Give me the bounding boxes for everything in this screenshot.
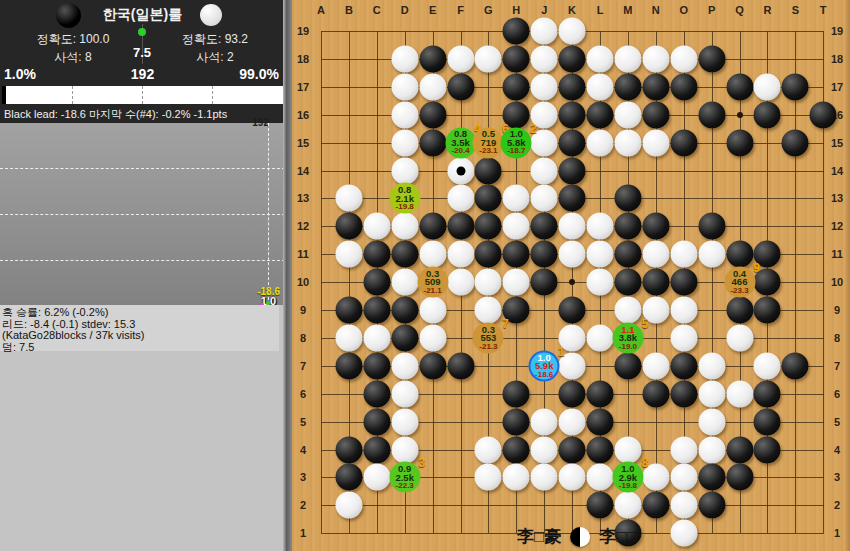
white-stone bbox=[363, 213, 390, 240]
coord-number-right: 3 bbox=[834, 471, 840, 483]
winrate-bar-tick-25 bbox=[72, 86, 73, 104]
white-stone bbox=[447, 185, 474, 212]
black-stone bbox=[391, 297, 418, 324]
graph-move-label: 192 bbox=[252, 117, 269, 128]
black-stone bbox=[587, 380, 614, 407]
players-bar: 李□豪 李□□ bbox=[517, 525, 637, 548]
black-stone bbox=[614, 73, 641, 100]
white-stone bbox=[698, 408, 725, 435]
white-stone bbox=[670, 45, 697, 72]
panel-board-divider bbox=[283, 0, 292, 551]
white-stone bbox=[531, 73, 558, 100]
white-stone bbox=[698, 380, 725, 407]
coord-number-left: 5 bbox=[300, 416, 306, 428]
coord-number-left: 10 bbox=[297, 276, 309, 288]
engine-status-dot bbox=[138, 28, 146, 36]
white-stone bbox=[391, 352, 418, 379]
analysis-circle-text: -18.7 bbox=[507, 147, 525, 156]
white-stone bbox=[503, 185, 530, 212]
white-stone bbox=[698, 352, 725, 379]
white-stone bbox=[391, 157, 418, 184]
analysis-circle-text: -19.8 bbox=[619, 482, 637, 491]
coord-number-left: 8 bbox=[300, 332, 306, 344]
coord-number-right: 8 bbox=[834, 332, 840, 344]
coord-number-right: 2 bbox=[834, 499, 840, 511]
white-stone bbox=[670, 436, 697, 463]
coord-letter: G bbox=[484, 4, 493, 16]
black-stone bbox=[363, 352, 390, 379]
coord-number-left: 17 bbox=[297, 81, 309, 93]
winrate-bar-tick-75 bbox=[212, 86, 213, 104]
white-stone bbox=[391, 129, 418, 156]
white-stone bbox=[642, 45, 669, 72]
black-stone bbox=[670, 73, 697, 100]
black-stone bbox=[726, 129, 753, 156]
analysis-circle-text: -18.6 bbox=[535, 370, 553, 379]
engine-info: 흑 승률: 6.2% (-0.2%)리드: -8.4 (-0.1) stdev:… bbox=[0, 305, 279, 351]
white-stone bbox=[391, 436, 418, 463]
coord-letter: J bbox=[541, 4, 547, 16]
black-stone bbox=[419, 101, 446, 128]
coord-number-right: 9 bbox=[834, 304, 840, 316]
coord-number-right: 18 bbox=[831, 53, 843, 65]
black-stone bbox=[503, 408, 530, 435]
white-player-name: 李□□ bbox=[599, 525, 637, 548]
black-stone bbox=[335, 464, 362, 491]
black-stone bbox=[698, 45, 725, 72]
white-stone bbox=[419, 73, 446, 100]
black-stone bbox=[587, 492, 614, 519]
white-player-stone-icon bbox=[200, 4, 222, 26]
black-stone bbox=[559, 436, 586, 463]
black-stone bbox=[726, 464, 753, 491]
black-stone bbox=[642, 213, 669, 240]
black-stone bbox=[419, 213, 446, 240]
white-stone bbox=[503, 464, 530, 491]
white-stone bbox=[587, 324, 614, 351]
black-stone bbox=[754, 436, 781, 463]
white-stone bbox=[559, 213, 586, 240]
black-stone bbox=[670, 269, 697, 296]
coord-number-left: 13 bbox=[297, 192, 309, 204]
white-stone bbox=[363, 324, 390, 351]
black-stone bbox=[559, 73, 586, 100]
coord-letter: H bbox=[512, 4, 520, 16]
hoshi-point bbox=[569, 279, 575, 285]
white-stone bbox=[754, 352, 781, 379]
coord-letter: C bbox=[373, 4, 381, 16]
white-stone bbox=[419, 297, 446, 324]
black-stone bbox=[363, 408, 390, 435]
winrate-bar bbox=[2, 86, 283, 104]
white-stone bbox=[391, 408, 418, 435]
coord-letter: R bbox=[763, 4, 771, 16]
coord-number-left: 16 bbox=[297, 109, 309, 121]
black-stone bbox=[447, 352, 474, 379]
white-stone bbox=[642, 129, 669, 156]
coord-number-right: 13 bbox=[831, 192, 843, 204]
black-stone bbox=[391, 324, 418, 351]
coord-letter: S bbox=[792, 4, 799, 16]
white-stone bbox=[335, 324, 362, 351]
black-stone bbox=[642, 380, 669, 407]
black-stone bbox=[531, 213, 558, 240]
coord-letter: Q bbox=[735, 4, 744, 16]
coord-number-right: 14 bbox=[831, 165, 843, 177]
black-stone bbox=[503, 18, 530, 45]
black-stone bbox=[363, 436, 390, 463]
black-stone bbox=[614, 269, 641, 296]
white-stone bbox=[614, 101, 641, 128]
score-header: 한국(일본)룰 정확도: 100.0 정확도: 93.2 사석: 8 7.5 사… bbox=[0, 0, 285, 123]
white-stone bbox=[642, 241, 669, 268]
black-stone bbox=[531, 241, 558, 268]
white-stone bbox=[670, 492, 697, 519]
coord-number-left: 19 bbox=[297, 25, 309, 37]
analysis-circle-text: -23.1 bbox=[479, 147, 497, 156]
black-player-name: 李□豪 bbox=[517, 525, 561, 548]
black-stone bbox=[559, 45, 586, 72]
coord-number-right: 4 bbox=[834, 444, 840, 456]
white-stone bbox=[391, 101, 418, 128]
black-stone bbox=[559, 380, 586, 407]
black-stone bbox=[698, 492, 725, 519]
coord-number-right: 5 bbox=[834, 416, 840, 428]
black-stone bbox=[782, 73, 809, 100]
white-stone bbox=[587, 464, 614, 491]
white-stone bbox=[559, 18, 586, 45]
black-stone bbox=[475, 241, 502, 268]
coord-letter: F bbox=[457, 4, 464, 16]
black-stone bbox=[698, 464, 725, 491]
white-stone bbox=[754, 73, 781, 100]
analysis-circle-text: -21.3 bbox=[479, 342, 497, 351]
black-stone bbox=[670, 352, 697, 379]
white-stone bbox=[335, 185, 362, 212]
black-stone bbox=[391, 241, 418, 268]
graph-gridline-75 bbox=[0, 260, 285, 261]
black-stone bbox=[698, 101, 725, 128]
white-stone bbox=[391, 213, 418, 240]
coord-letter: O bbox=[679, 4, 688, 16]
analysis-circle-text: -20.4 bbox=[451, 147, 469, 156]
coord-number-right: 11 bbox=[831, 248, 843, 260]
white-stone bbox=[475, 45, 502, 72]
last-move-marker bbox=[456, 166, 465, 175]
graph-gridline-25 bbox=[0, 168, 285, 169]
white-winrate: 99.0% bbox=[239, 66, 279, 82]
white-stone bbox=[587, 73, 614, 100]
coord-number-right: 7 bbox=[834, 360, 840, 372]
white-stone bbox=[670, 324, 697, 351]
white-stone bbox=[587, 241, 614, 268]
white-stone bbox=[531, 464, 558, 491]
black-stone bbox=[587, 408, 614, 435]
analysis-move-order: 3 bbox=[418, 456, 425, 470]
black-stone bbox=[503, 45, 530, 72]
analysis-circle-text: -19.8 bbox=[396, 203, 414, 212]
analysis-move-circle[interactable]: 0.5719-23.1 bbox=[473, 127, 504, 158]
black-stone bbox=[503, 73, 530, 100]
coord-number-left: 1 bbox=[300, 527, 306, 539]
coord-number-left: 6 bbox=[300, 388, 306, 400]
black-stone bbox=[726, 241, 753, 268]
black-stone bbox=[754, 380, 781, 407]
white-stone bbox=[642, 352, 669, 379]
black-stone bbox=[559, 185, 586, 212]
coord-number-right: 1 bbox=[834, 527, 840, 539]
white-stone bbox=[335, 492, 362, 519]
analysis-circle-text: -23.3 bbox=[730, 286, 748, 295]
white-stone bbox=[531, 18, 558, 45]
analysis-move-order: 8 bbox=[642, 456, 649, 470]
white-stone bbox=[726, 324, 753, 351]
engine-info-line: (KataGo28blocks / 37k visits) bbox=[2, 330, 279, 342]
black-stone bbox=[670, 380, 697, 407]
white-stone bbox=[531, 436, 558, 463]
white-stone bbox=[587, 213, 614, 240]
black-stone bbox=[670, 129, 697, 156]
black-stone bbox=[503, 436, 530, 463]
black-stone bbox=[559, 101, 586, 128]
engine-info-line: 흑 승률: 6.2% (-0.2%) bbox=[2, 307, 279, 319]
winrate-bar-black-segment bbox=[2, 86, 6, 104]
board-vline bbox=[795, 31, 796, 533]
board-right-shading bbox=[844, 0, 850, 551]
black-stone bbox=[642, 73, 669, 100]
black-stone bbox=[810, 101, 837, 128]
analysis-move-circle[interactable]: 0.4466-23.3 bbox=[724, 267, 755, 298]
coord-letter: K bbox=[568, 4, 576, 16]
coord-letter: D bbox=[401, 4, 409, 16]
coord-letter: B bbox=[345, 4, 353, 16]
white-stone bbox=[391, 269, 418, 296]
white-stone bbox=[726, 380, 753, 407]
analysis-circle-text: -22.3 bbox=[396, 482, 414, 491]
lead-text: Black lead: -18.6 마지막 수(#4): -0.2% -1.1p… bbox=[4, 107, 285, 122]
white-stone bbox=[614, 129, 641, 156]
coord-number-left: 18 bbox=[297, 53, 309, 65]
coord-letter: M bbox=[623, 4, 632, 16]
rules-title: 한국(일본)룰 bbox=[0, 6, 285, 24]
white-stone bbox=[670, 241, 697, 268]
white-stone bbox=[614, 492, 641, 519]
white-stone bbox=[614, 297, 641, 324]
coord-number-left: 11 bbox=[297, 248, 309, 260]
white-stone bbox=[670, 464, 697, 491]
white-stone bbox=[363, 464, 390, 491]
white-stone bbox=[587, 45, 614, 72]
white-stone bbox=[670, 520, 697, 547]
go-board[interactable]: ABCDEFGHJKLMNOPQRST191918181717161615151… bbox=[292, 0, 850, 551]
turn-stone-icon bbox=[570, 527, 590, 547]
black-stone bbox=[475, 157, 502, 184]
black-stone bbox=[475, 213, 502, 240]
black-stone bbox=[363, 297, 390, 324]
black-stone bbox=[614, 185, 641, 212]
black-stone bbox=[726, 297, 753, 324]
coord-number-left: 4 bbox=[300, 444, 306, 456]
white-stone bbox=[614, 436, 641, 463]
board-hline bbox=[321, 505, 824, 506]
black-stone bbox=[335, 297, 362, 324]
white-stone bbox=[335, 241, 362, 268]
coord-letter: N bbox=[652, 4, 660, 16]
winrate-row: 1.0% 192 99.0% bbox=[0, 66, 285, 84]
coord-number-left: 15 bbox=[297, 137, 309, 149]
white-stone bbox=[559, 241, 586, 268]
black-stone bbox=[782, 129, 809, 156]
white-stone bbox=[419, 241, 446, 268]
black-stone bbox=[726, 436, 753, 463]
coord-letter: A bbox=[317, 4, 325, 16]
black-stone bbox=[614, 241, 641, 268]
white-stone bbox=[447, 241, 474, 268]
black-stone bbox=[754, 101, 781, 128]
white-stone bbox=[475, 464, 502, 491]
coord-letter: P bbox=[708, 4, 715, 16]
black-stone bbox=[419, 45, 446, 72]
black-stone bbox=[363, 380, 390, 407]
black-stone bbox=[363, 269, 390, 296]
white-stone bbox=[391, 45, 418, 72]
white-stone bbox=[503, 213, 530, 240]
black-stone bbox=[447, 213, 474, 240]
coord-number-right: 17 bbox=[831, 81, 843, 93]
analysis-move-circle[interactable]: 0.3553-21.3 bbox=[473, 322, 504, 353]
black-stone bbox=[531, 269, 558, 296]
graph-gridline-50 bbox=[0, 214, 285, 215]
analysis-move-order: 9 bbox=[753, 261, 760, 275]
black-stone bbox=[503, 241, 530, 268]
coord-number-left: 9 bbox=[300, 304, 306, 316]
analysis-move-circle[interactable]: 1.13.8k-19.0 bbox=[612, 322, 643, 353]
coord-number-left: 2 bbox=[300, 499, 306, 511]
black-stone bbox=[419, 352, 446, 379]
analysis-move-circle[interactable]: 1.05.9k-18.6 bbox=[529, 350, 560, 381]
white-stone bbox=[698, 436, 725, 463]
white-stone bbox=[614, 45, 641, 72]
coord-number-right: 6 bbox=[834, 388, 840, 400]
white-stone bbox=[559, 464, 586, 491]
analysis-move-order: 7 bbox=[502, 317, 509, 331]
coord-number-right: 10 bbox=[831, 276, 843, 288]
coord-number-left: 3 bbox=[300, 471, 306, 483]
analysis-move-circle[interactable]: 0.92.5k-22.3 bbox=[389, 462, 420, 493]
coord-number-left: 7 bbox=[300, 360, 306, 372]
black-stone bbox=[559, 129, 586, 156]
analysis-move-circle[interactable]: 0.83.5k-20.4 bbox=[445, 127, 476, 158]
black-stone bbox=[614, 213, 641, 240]
black-stone bbox=[363, 241, 390, 268]
black-stone bbox=[614, 352, 641, 379]
black-stone bbox=[782, 352, 809, 379]
black-stone bbox=[754, 408, 781, 435]
white-captures: 사석: 2 bbox=[150, 49, 280, 66]
black-stone bbox=[754, 297, 781, 324]
analysis-move-order: 1 bbox=[558, 345, 565, 359]
black-stone bbox=[447, 73, 474, 100]
analysis-circle-text: -21.1 bbox=[423, 286, 441, 295]
black-stone bbox=[559, 297, 586, 324]
black-stone bbox=[642, 101, 669, 128]
go-analysis-app: 한국(일본)룰 정확도: 100.0 정확도: 93.2 사석: 8 7.5 사… bbox=[0, 0, 850, 551]
engine-info-line: 덤: 7.5 bbox=[2, 342, 279, 354]
black-stone bbox=[587, 101, 614, 128]
coord-number-right: 19 bbox=[831, 25, 843, 37]
graph-cursor-line bbox=[268, 123, 269, 305]
analysis-circle-text: -19.0 bbox=[619, 342, 637, 351]
coord-number-right: 15 bbox=[831, 137, 843, 149]
black-stone bbox=[335, 436, 362, 463]
analysis-move-circle[interactable]: 1.02.9k-19.8 bbox=[612, 462, 643, 493]
analysis-move-order: 5 bbox=[642, 317, 649, 331]
analysis-move-circle[interactable]: 0.3509-21.1 bbox=[417, 267, 448, 298]
coord-letter: T bbox=[820, 4, 827, 16]
winrate-bar-tick-50 bbox=[142, 86, 143, 104]
coord-letter: L bbox=[597, 4, 604, 16]
white-stone bbox=[531, 185, 558, 212]
white-stone bbox=[698, 241, 725, 268]
white-stone bbox=[670, 297, 697, 324]
coord-number-right: 12 bbox=[831, 220, 843, 232]
white-stone bbox=[475, 436, 502, 463]
black-stone bbox=[698, 213, 725, 240]
black-stone bbox=[726, 73, 753, 100]
white-stone bbox=[559, 408, 586, 435]
white-stone bbox=[447, 269, 474, 296]
black-stone bbox=[475, 185, 502, 212]
white-stone bbox=[391, 380, 418, 407]
black-stone bbox=[559, 157, 586, 184]
analysis-move-order: 2 bbox=[530, 122, 537, 136]
black-stone bbox=[587, 436, 614, 463]
coord-number-left: 14 bbox=[297, 165, 309, 177]
white-stone bbox=[447, 45, 474, 72]
analysis-move-circle[interactable]: 0.82.1k-19.8 bbox=[389, 183, 420, 214]
black-stone bbox=[335, 352, 362, 379]
white-stone bbox=[587, 269, 614, 296]
winrate-graph[interactable]: 192 -18.6 1.0 bbox=[0, 123, 285, 305]
black-stone bbox=[419, 129, 446, 156]
white-stone bbox=[419, 324, 446, 351]
white-stone bbox=[587, 129, 614, 156]
black-stone bbox=[642, 269, 669, 296]
analysis-panel: 한국(일본)룰 정확도: 100.0 정확도: 93.2 사석: 8 7.5 사… bbox=[0, 0, 285, 551]
white-stone bbox=[475, 269, 502, 296]
white-stone bbox=[391, 73, 418, 100]
white-stone bbox=[531, 408, 558, 435]
black-stone bbox=[335, 213, 362, 240]
black-stone bbox=[503, 380, 530, 407]
hoshi-point bbox=[737, 112, 743, 118]
white-stone bbox=[503, 269, 530, 296]
white-stone bbox=[475, 297, 502, 324]
white-stone bbox=[531, 157, 558, 184]
coord-number-left: 12 bbox=[297, 220, 309, 232]
analysis-move-circle[interactable]: 1.05.8k-18.7 bbox=[501, 127, 532, 158]
coord-letter: E bbox=[429, 4, 436, 16]
white-stone bbox=[531, 45, 558, 72]
black-stone bbox=[642, 492, 669, 519]
